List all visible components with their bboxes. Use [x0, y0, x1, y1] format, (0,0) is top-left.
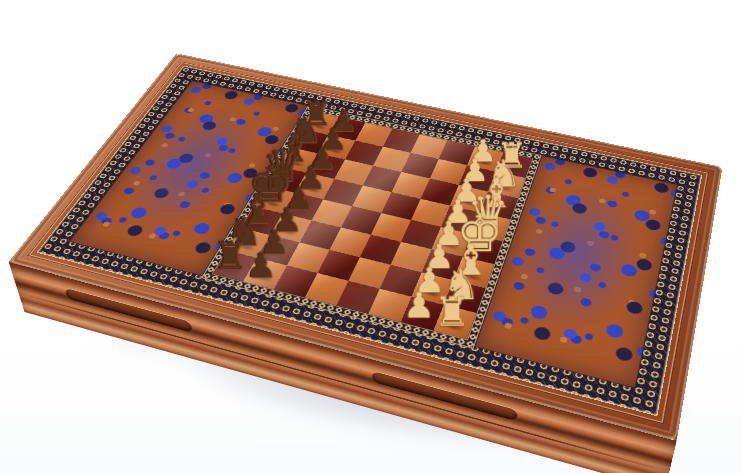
piece-black-pawn[interactable]: ♟ [245, 250, 276, 282]
photo-scene: ♜♟♟♜♞♟♟♞♝♟♟♝♛♟♟♛♚♟♟♚♝♟♟♝♞♟♟♞♜♟♟♜ [0, 0, 742, 473]
board-cell[interactable] [323, 179, 363, 206]
piece-white-rook[interactable]: ♜ [434, 293, 470, 330]
board-cell[interactable] [334, 160, 373, 186]
piece-white-pawn[interactable]: ♟ [403, 289, 435, 322]
board-cell[interactable]: ♜ [434, 305, 477, 339]
piece-black-rook[interactable]: ♜ [213, 238, 248, 273]
